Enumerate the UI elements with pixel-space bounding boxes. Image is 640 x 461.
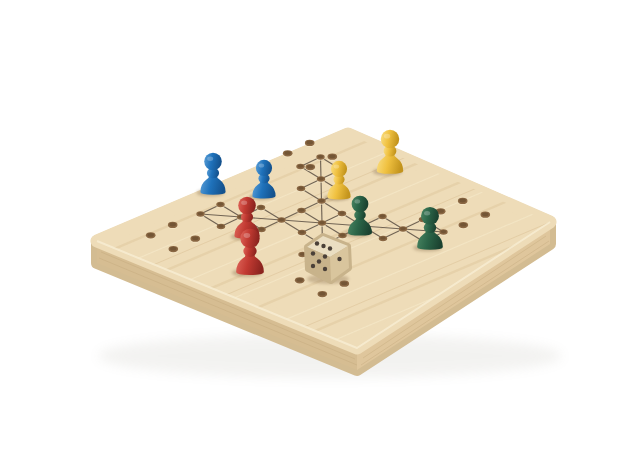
drilled-hole [439, 229, 447, 235]
pawn-head [256, 160, 272, 176]
pawn-highlight [207, 157, 213, 161]
pawn-head [421, 207, 439, 225]
drilled-hole [458, 198, 468, 205]
drilled-hole [379, 236, 387, 242]
pawn-highlight [259, 163, 265, 167]
drilled-hole [191, 236, 201, 243]
pawn-highlight [334, 164, 340, 168]
drilled-hole [216, 202, 224, 208]
drilled-hole [217, 224, 225, 230]
pawn-head [352, 196, 369, 213]
pawn-head [381, 130, 399, 148]
drilled-hole [283, 150, 293, 157]
photo-stage: Wooden Ludo board with eight pawns and o… [0, 0, 640, 461]
pawn-highlight [354, 199, 360, 203]
drilled-hole [378, 214, 386, 220]
pawn-highlight [241, 201, 247, 205]
drilled-hole [196, 211, 204, 217]
drilled-hole [298, 230, 306, 236]
drilled-hole [297, 208, 305, 214]
pawn-skirt [200, 177, 225, 195]
drilled-hole [277, 217, 285, 223]
drilled-hole [257, 205, 265, 211]
drilled-hole [338, 211, 346, 217]
pawn-blue-1[interactable] [197, 153, 226, 197]
drilled-hole [305, 140, 315, 147]
drilled-hole [146, 232, 156, 239]
pawn-head [331, 161, 347, 177]
die-pip-left [311, 264, 315, 268]
pawn-head [238, 197, 256, 215]
die-pip-left [317, 259, 321, 263]
pawn-head [204, 153, 222, 171]
die-pip-left [311, 251, 315, 255]
drilled-hole [168, 222, 178, 229]
drilled-hole [295, 277, 305, 284]
drilled-hole [317, 198, 325, 204]
pawn-highlight [384, 134, 390, 139]
pawn-head [240, 229, 259, 248]
drilled-hole [169, 246, 179, 253]
die[interactable] [307, 236, 349, 284]
drilled-hole [481, 212, 491, 219]
die-pip-top [321, 244, 325, 248]
pawn-highlight [244, 233, 251, 238]
drilled-hole [399, 226, 407, 232]
die-pip-left [323, 267, 327, 271]
drilled-hole [317, 176, 325, 182]
pawn-highlight [424, 211, 430, 215]
drilled-hole [459, 222, 469, 229]
drilled-hole [296, 164, 304, 170]
drilled-hole [318, 220, 326, 226]
drilled-hole [297, 186, 305, 192]
drilled-hole [316, 154, 324, 160]
die-pip-top [315, 241, 319, 245]
ludo-board-photo [0, 0, 640, 461]
die-pip-right [337, 257, 341, 261]
die-pip-top [328, 246, 332, 250]
drilled-hole [306, 164, 316, 171]
drilled-hole [328, 154, 338, 161]
drilled-hole [318, 291, 328, 298]
die-pip-left [323, 254, 327, 258]
